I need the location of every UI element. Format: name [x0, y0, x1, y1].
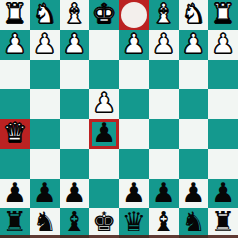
square-b7[interactable]: ♟ [179, 179, 209, 209]
square-b6[interactable] [179, 149, 209, 179]
square-e6[interactable] [89, 149, 119, 179]
white-pawn[interactable]: ♟ [122, 30, 146, 59]
square-b3[interactable] [179, 60, 209, 90]
square-d6[interactable] [119, 149, 149, 179]
square-d3[interactable] [119, 60, 149, 90]
white-pawn[interactable]: ♟ [33, 30, 57, 59]
square-h2[interactable]: ♟ [0, 30, 30, 60]
square-h3[interactable] [0, 60, 30, 90]
square-d1[interactable] [119, 0, 149, 30]
square-h5[interactable]: ♛ [0, 119, 30, 149]
square-g6[interactable] [30, 149, 60, 179]
chess-board: ♜♞♝♚♝♞♜♟♟♟♟♟♟♟♟♛♟♟♟♟♟♟♟♟♜♞♝♚♛♝♞♜ [0, 0, 238, 238]
square-b2[interactable]: ♟ [179, 30, 209, 60]
black-bishop[interactable]: ♝ [62, 208, 86, 237]
white-queen[interactable]: ♛ [3, 119, 27, 148]
black-king[interactable]: ♚ [92, 208, 116, 237]
square-c2[interactable]: ♟ [149, 30, 179, 60]
white-knight[interactable]: ♞ [181, 0, 205, 29]
square-c6[interactable] [149, 149, 179, 179]
square-a6[interactable] [208, 149, 238, 179]
square-h7[interactable]: ♟ [0, 179, 30, 209]
black-pawn[interactable]: ♟ [122, 179, 146, 208]
black-knight[interactable]: ♞ [181, 208, 205, 237]
white-pawn[interactable]: ♟ [3, 30, 27, 59]
square-e7[interactable] [89, 179, 119, 209]
square-f1[interactable]: ♝ [60, 0, 90, 30]
board-bottom-edge [0, 235, 238, 238]
square-c3[interactable] [149, 60, 179, 90]
square-g3[interactable] [30, 60, 60, 90]
square-a4[interactable] [208, 89, 238, 119]
square-e3[interactable] [89, 60, 119, 90]
square-g7[interactable]: ♟ [30, 179, 60, 209]
white-rook[interactable]: ♜ [3, 0, 27, 29]
square-d2[interactable]: ♟ [119, 30, 149, 60]
square-d8[interactable]: ♛ [119, 208, 149, 238]
square-f6[interactable] [60, 149, 90, 179]
white-pawn[interactable]: ♟ [211, 30, 235, 59]
square-b4[interactable] [179, 89, 209, 119]
square-g2[interactable]: ♟ [30, 30, 60, 60]
black-pawn[interactable]: ♟ [181, 179, 205, 208]
black-pawn[interactable]: ♟ [33, 179, 57, 208]
square-c7[interactable]: ♟ [149, 179, 179, 209]
white-pawn[interactable]: ♟ [181, 30, 205, 59]
white-bishop[interactable]: ♝ [152, 0, 176, 29]
square-g1[interactable]: ♞ [30, 0, 60, 30]
square-c4[interactable] [149, 89, 179, 119]
white-bishop[interactable]: ♝ [62, 0, 86, 29]
square-h1[interactable]: ♜ [0, 0, 30, 30]
black-pawn[interactable]: ♟ [3, 179, 27, 208]
square-c1[interactable]: ♝ [149, 0, 179, 30]
square-e2[interactable] [89, 30, 119, 60]
square-c5[interactable] [149, 119, 179, 149]
square-a3[interactable] [208, 60, 238, 90]
black-pawn[interactable]: ♟ [92, 119, 116, 148]
square-c8[interactable]: ♝ [149, 208, 179, 238]
square-f5[interactable] [60, 119, 90, 149]
square-b8[interactable]: ♞ [179, 208, 209, 238]
black-rook[interactable]: ♜ [211, 208, 235, 237]
black-pawn[interactable]: ♟ [152, 179, 176, 208]
white-pawn[interactable]: ♟ [62, 30, 86, 59]
square-b5[interactable] [179, 119, 209, 149]
square-g4[interactable] [30, 89, 60, 119]
black-pawn[interactable]: ♟ [211, 179, 235, 208]
square-a7[interactable]: ♟ [208, 179, 238, 209]
square-f4[interactable] [60, 89, 90, 119]
square-d4[interactable] [119, 89, 149, 119]
square-e5[interactable]: ♟ [89, 119, 119, 149]
square-a1[interactable]: ♜ [208, 0, 238, 30]
square-f7[interactable]: ♟ [60, 179, 90, 209]
square-e8[interactable]: ♚ [89, 208, 119, 238]
square-a2[interactable]: ♟ [208, 30, 238, 60]
square-f8[interactable]: ♝ [60, 208, 90, 238]
white-pawn[interactable]: ♟ [92, 89, 116, 118]
white-rook[interactable]: ♜ [211, 0, 235, 29]
move-origin-circle-icon [121, 2, 147, 28]
square-f2[interactable]: ♟ [60, 30, 90, 60]
square-b1[interactable]: ♞ [179, 0, 209, 30]
black-knight[interactable]: ♞ [33, 208, 57, 237]
black-queen[interactable]: ♛ [122, 208, 146, 237]
square-h4[interactable] [0, 89, 30, 119]
square-e1[interactable]: ♚ [89, 0, 119, 30]
square-d7[interactable]: ♟ [119, 179, 149, 209]
white-king[interactable]: ♚ [92, 0, 116, 29]
square-h8[interactable]: ♜ [0, 208, 30, 238]
square-a8[interactable]: ♜ [208, 208, 238, 238]
square-g5[interactable] [30, 119, 60, 149]
chess-app-window: ♜♞♝♚♝♞♜♟♟♟♟♟♟♟♟♛♟♟♟♟♟♟♟♟♜♞♝♚♛♝♞♜ [0, 0, 238, 238]
square-d5[interactable] [119, 119, 149, 149]
black-bishop[interactable]: ♝ [152, 208, 176, 237]
black-pawn[interactable]: ♟ [62, 179, 86, 208]
black-rook[interactable]: ♜ [3, 208, 27, 237]
square-a5[interactable] [208, 119, 238, 149]
square-h6[interactable] [0, 149, 30, 179]
square-g8[interactable]: ♞ [30, 208, 60, 238]
square-e4[interactable]: ♟ [89, 89, 119, 119]
white-knight[interactable]: ♞ [33, 0, 57, 29]
square-f3[interactable] [60, 60, 90, 90]
white-pawn[interactable]: ♟ [152, 30, 176, 59]
